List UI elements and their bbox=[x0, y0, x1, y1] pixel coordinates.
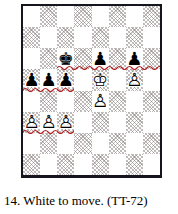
square-h3 bbox=[143, 112, 160, 133]
square-e8 bbox=[92, 6, 109, 27]
square-e4: ♙ bbox=[92, 91, 109, 112]
black-pawn: ♟ bbox=[126, 50, 142, 68]
square-e1 bbox=[92, 154, 109, 175]
square-d5 bbox=[74, 69, 91, 90]
square-g7 bbox=[126, 27, 143, 48]
square-b4 bbox=[40, 91, 57, 112]
square-a3: ♙ bbox=[23, 112, 40, 133]
square-h7 bbox=[143, 27, 160, 48]
square-a6 bbox=[23, 48, 40, 69]
square-f3 bbox=[109, 112, 126, 133]
square-e5: ♔ bbox=[92, 69, 109, 90]
square-c4 bbox=[57, 91, 74, 112]
square-g2 bbox=[126, 133, 143, 154]
square-b6 bbox=[40, 48, 57, 69]
white-pawn: ♙ bbox=[23, 113, 39, 131]
square-g5: ♙ bbox=[126, 69, 143, 90]
square-a5: ♟ bbox=[23, 69, 40, 90]
square-c1 bbox=[57, 154, 74, 175]
square-h8 bbox=[143, 6, 160, 27]
square-c8 bbox=[57, 6, 74, 27]
black-pawn: ♟ bbox=[23, 71, 39, 89]
square-c6: ♚ bbox=[57, 48, 74, 69]
square-d3 bbox=[74, 112, 91, 133]
square-a2 bbox=[23, 133, 40, 154]
square-h4 bbox=[143, 91, 160, 112]
square-f8 bbox=[109, 6, 126, 27]
square-b5: ♟ bbox=[40, 69, 57, 90]
square-c7 bbox=[57, 27, 74, 48]
square-a4 bbox=[23, 91, 40, 112]
black-pawn: ♟ bbox=[92, 50, 108, 68]
square-e7 bbox=[92, 27, 109, 48]
diagram-caption: 14. White to move. (TT-72) bbox=[4, 193, 176, 209]
chess-diagram: ♚♟♟♟♟♟♔♙♙♙♙♙ 14. White to move. (TT-72) bbox=[0, 0, 178, 214]
square-b3: ♙ bbox=[40, 112, 57, 133]
chess-board: ♚♟♟♟♟♟♔♙♙♙♙♙ bbox=[23, 6, 160, 175]
square-h6 bbox=[143, 48, 160, 69]
board-frame: ♚♟♟♟♟♟♔♙♙♙♙♙ bbox=[21, 4, 162, 178]
square-c2 bbox=[57, 133, 74, 154]
white-pawn: ♙ bbox=[41, 113, 57, 131]
square-g6: ♟ bbox=[126, 48, 143, 69]
square-a1 bbox=[23, 154, 40, 175]
square-c5: ♟ bbox=[57, 69, 74, 90]
square-f6 bbox=[109, 48, 126, 69]
square-d4 bbox=[74, 91, 91, 112]
square-f2 bbox=[109, 133, 126, 154]
square-d1 bbox=[74, 154, 91, 175]
square-b8 bbox=[40, 6, 57, 27]
black-pawn: ♟ bbox=[58, 71, 74, 89]
square-f4 bbox=[109, 91, 126, 112]
square-g4 bbox=[126, 91, 143, 112]
square-d2 bbox=[74, 133, 91, 154]
square-g3 bbox=[126, 112, 143, 133]
black-pawn: ♟ bbox=[41, 71, 57, 89]
square-d6 bbox=[74, 48, 91, 69]
white-pawn: ♙ bbox=[92, 92, 108, 110]
square-h5 bbox=[143, 69, 160, 90]
square-a7 bbox=[23, 27, 40, 48]
square-f5 bbox=[109, 69, 126, 90]
square-b1 bbox=[40, 154, 57, 175]
square-g8 bbox=[126, 6, 143, 27]
square-b2 bbox=[40, 133, 57, 154]
square-b7 bbox=[40, 27, 57, 48]
white-pawn: ♙ bbox=[58, 113, 74, 131]
square-h1 bbox=[143, 154, 160, 175]
square-e6: ♟ bbox=[92, 48, 109, 69]
square-e2 bbox=[92, 133, 109, 154]
white-pawn: ♙ bbox=[126, 71, 142, 89]
square-g1 bbox=[126, 154, 143, 175]
white-king: ♔ bbox=[92, 71, 108, 89]
black-king: ♚ bbox=[58, 50, 74, 68]
square-f1 bbox=[109, 154, 126, 175]
square-h2 bbox=[143, 133, 160, 154]
square-d7 bbox=[74, 27, 91, 48]
square-c3: ♙ bbox=[57, 112, 74, 133]
square-a8 bbox=[23, 6, 40, 27]
square-f7 bbox=[109, 27, 126, 48]
square-e3 bbox=[92, 112, 109, 133]
square-d8 bbox=[74, 6, 91, 27]
